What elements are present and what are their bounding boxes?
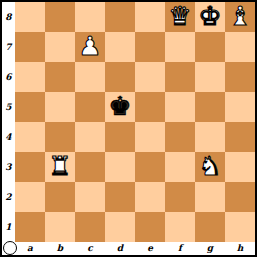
square-g3[interactable]: ♞ (195, 152, 225, 182)
square-c3[interactable] (75, 152, 105, 182)
square-c4[interactable] (75, 122, 105, 152)
file-label-e: e (135, 242, 165, 255)
piece-white-bishop[interactable]: ♝ (228, 3, 251, 29)
square-a5[interactable] (15, 92, 45, 122)
square-e3[interactable] (135, 152, 165, 182)
square-g1[interactable] (195, 212, 225, 242)
square-a1[interactable] (15, 212, 45, 242)
square-d8[interactable] (105, 2, 135, 32)
square-h5[interactable] (225, 92, 255, 122)
square-a3[interactable] (15, 152, 45, 182)
file-label-c: c (75, 242, 105, 255)
square-e7[interactable] (135, 32, 165, 62)
square-b8[interactable] (45, 2, 75, 32)
square-a6[interactable] (15, 62, 45, 92)
square-a2[interactable] (15, 182, 45, 212)
square-c1[interactable] (75, 212, 105, 242)
file-label-b: b (45, 242, 75, 255)
rank-label-7: 7 (2, 32, 15, 62)
square-b3[interactable]: ♜ (45, 152, 75, 182)
rank-label-8: 8 (2, 2, 15, 32)
square-a7[interactable] (15, 32, 45, 62)
square-h7[interactable] (225, 32, 255, 62)
square-b6[interactable] (45, 62, 75, 92)
square-e4[interactable] (135, 122, 165, 152)
square-b5[interactable] (45, 92, 75, 122)
piece-white-rook[interactable]: ♜ (48, 153, 71, 179)
square-c6[interactable] (75, 62, 105, 92)
chess-diagram: 87654321 ♛♚♝♟♚♜♞ abcdefgh (0, 0, 257, 257)
square-c8[interactable] (75, 2, 105, 32)
file-label-f: f (165, 242, 195, 255)
square-h2[interactable] (225, 182, 255, 212)
square-b4[interactable] (45, 122, 75, 152)
square-g7[interactable] (195, 32, 225, 62)
square-g8[interactable]: ♚ (195, 2, 225, 32)
file-label-h: h (225, 242, 255, 255)
square-f8[interactable]: ♛ (165, 2, 195, 32)
square-e8[interactable] (135, 2, 165, 32)
square-a4[interactable] (15, 122, 45, 152)
rank-label-1: 1 (2, 212, 15, 242)
file-label-g: g (195, 242, 225, 255)
square-c2[interactable] (75, 182, 105, 212)
chess-board[interactable]: ♛♚♝♟♚♜♞ (15, 2, 255, 242)
square-h1[interactable] (225, 212, 255, 242)
square-b1[interactable] (45, 212, 75, 242)
square-f3[interactable] (165, 152, 195, 182)
square-b7[interactable] (45, 32, 75, 62)
rank-labels: 87654321 (2, 2, 15, 242)
square-f5[interactable] (165, 92, 195, 122)
square-g4[interactable] (195, 122, 225, 152)
square-e1[interactable] (135, 212, 165, 242)
square-d7[interactable] (105, 32, 135, 62)
white-to-move-indicator (3, 241, 17, 255)
square-f1[interactable] (165, 212, 195, 242)
square-d2[interactable] (105, 182, 135, 212)
square-e2[interactable] (135, 182, 165, 212)
square-a8[interactable] (15, 2, 45, 32)
square-c5[interactable] (75, 92, 105, 122)
square-d4[interactable] (105, 122, 135, 152)
piece-white-queen[interactable]: ♛ (168, 3, 191, 29)
rank-label-5: 5 (2, 92, 15, 122)
rank-label-4: 4 (2, 122, 15, 152)
square-h6[interactable] (225, 62, 255, 92)
piece-white-king[interactable]: ♚ (198, 3, 221, 29)
square-e5[interactable] (135, 92, 165, 122)
square-d6[interactable] (105, 62, 135, 92)
file-label-a: a (15, 242, 45, 255)
square-c7[interactable]: ♟ (75, 32, 105, 62)
square-f2[interactable] (165, 182, 195, 212)
square-g2[interactable] (195, 182, 225, 212)
piece-black-king[interactable]: ♚ (108, 93, 131, 119)
piece-white-knight[interactable]: ♞ (198, 153, 221, 179)
square-g5[interactable] (195, 92, 225, 122)
square-h4[interactable] (225, 122, 255, 152)
square-h3[interactable] (225, 152, 255, 182)
square-f6[interactable] (165, 62, 195, 92)
square-f7[interactable] (165, 32, 195, 62)
square-d3[interactable] (105, 152, 135, 182)
rank-label-2: 2 (2, 182, 15, 212)
rank-label-6: 6 (2, 62, 15, 92)
file-labels: abcdefgh (15, 242, 255, 255)
square-h8[interactable]: ♝ (225, 2, 255, 32)
square-f4[interactable] (165, 122, 195, 152)
square-d5[interactable]: ♚ (105, 92, 135, 122)
square-g6[interactable] (195, 62, 225, 92)
piece-white-pawn[interactable]: ♟ (78, 33, 101, 59)
square-b2[interactable] (45, 182, 75, 212)
square-d1[interactable] (105, 212, 135, 242)
rank-label-3: 3 (2, 152, 15, 182)
file-label-d: d (105, 242, 135, 255)
square-e6[interactable] (135, 62, 165, 92)
